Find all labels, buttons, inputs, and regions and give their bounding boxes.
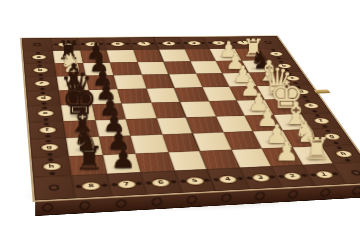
square-h6[interactable] xyxy=(135,152,174,172)
square-d6[interactable] xyxy=(117,88,151,103)
border-ornament-cell: c xyxy=(25,76,59,91)
coordinate-label: 1 xyxy=(314,170,334,178)
piece-white-rook-h1[interactable]: ♜ xyxy=(304,134,331,164)
coordinate-label: b xyxy=(33,67,48,72)
border-ornament-cell: d xyxy=(26,90,61,106)
border-ornament-cell: 8 xyxy=(72,174,112,198)
square-h8[interactable]: ♜ xyxy=(69,155,107,176)
border-ornament-cell: b xyxy=(24,63,57,77)
square-b6[interactable] xyxy=(110,62,141,75)
border-ornament-cell: a xyxy=(23,51,55,64)
coordinate-label: 3 xyxy=(187,41,202,45)
square-c4[interactable] xyxy=(169,74,202,88)
board-edge-front xyxy=(35,182,360,216)
coordinate-label: 3 xyxy=(251,173,271,181)
square-c3[interactable] xyxy=(196,73,230,87)
coordinate-label: 4 xyxy=(162,41,177,45)
coordinate-label: 2 xyxy=(283,172,303,180)
coordinate-label: g xyxy=(40,144,58,151)
coordinate-label: a xyxy=(31,55,46,60)
piece-black-rook-h8[interactable]: ♜ xyxy=(75,142,104,174)
coordinate-label: 4 xyxy=(218,175,238,183)
chessboard-scene: 87654321a♜♟♟♜ab♞♟♟♞bc♝♟♟♝cd♛♟♟♛de♚♟♟♚ef♝… xyxy=(28,0,328,240)
border-ornament-cell: e xyxy=(27,105,63,122)
border-ornament-cell: f xyxy=(29,121,66,139)
coordinate-label: h xyxy=(42,162,61,170)
coordinate-label: 7 xyxy=(117,180,137,189)
square-e6[interactable] xyxy=(121,103,156,119)
piece-white-pawn-h2[interactable]: ♟ xyxy=(275,138,299,165)
coordinate-label: 6 xyxy=(151,178,171,186)
chessboard: 87654321a♜♟♟♜ab♞♟♟♞bc♝♟♟♝cd♛♟♟♛de♚♟♟♚ef♝… xyxy=(20,36,360,203)
square-d4[interactable] xyxy=(174,87,208,102)
border-corner-ornament xyxy=(22,38,53,51)
square-f3[interactable] xyxy=(216,115,253,132)
coordinate-label: 5 xyxy=(136,41,151,45)
coordinate-label: f xyxy=(39,127,56,134)
square-g6[interactable] xyxy=(130,135,167,154)
square-a6[interactable] xyxy=(107,50,137,63)
square-e5[interactable] xyxy=(151,102,186,118)
border-ornament-cell: h xyxy=(32,156,72,177)
chess-set-photo: 87654321a♜♟♟♜ab♞♟♟♞bc♝♟♟♝cd♛♟♟♛de♚♟♟♚ef♝… xyxy=(0,0,360,240)
square-h2[interactable]: ♟ xyxy=(262,147,303,166)
border-ornament-cell: g xyxy=(30,138,69,158)
border-corner-ornament xyxy=(33,176,75,201)
square-h7[interactable]: ♟ xyxy=(102,153,140,174)
coordinate-label: e xyxy=(37,110,54,116)
square-e4[interactable] xyxy=(180,101,216,117)
coordinate-label: 8 xyxy=(82,182,101,191)
coordinate-label: c xyxy=(34,81,50,87)
coordinate-label: 5 xyxy=(185,177,205,185)
square-h4[interactable] xyxy=(200,149,240,169)
square-d5[interactable] xyxy=(146,88,180,103)
coordinate-label: 6 xyxy=(111,42,126,46)
piece-black-pawn-h7[interactable]: ♟ xyxy=(111,144,136,172)
coordinate-label: h xyxy=(334,150,353,157)
coordinate-label: d xyxy=(35,95,51,101)
